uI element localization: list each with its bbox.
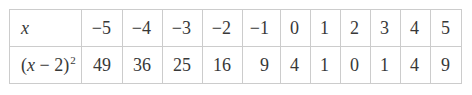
header-suffix: − 2) (35, 55, 69, 75)
header-text: (x − 2)2 (21, 56, 76, 74)
header-text: x (21, 19, 30, 37)
x-value-cell: 4 (401, 10, 430, 46)
fx-value-cell: 25 (163, 47, 202, 83)
x-value-cell: 0 (281, 10, 310, 46)
header-exponent: 2 (70, 54, 76, 66)
fx-value-cell: 1 (311, 47, 340, 83)
fx-value-cell: 4 (401, 47, 430, 83)
row-header-x-minus-2-squared: (x − 2)2 (10, 47, 81, 83)
x-value-cell: −1 (243, 10, 280, 46)
x-value-cell: 2 (341, 10, 370, 46)
x-value-cell: −2 (203, 10, 242, 46)
header-variable: x (27, 55, 35, 75)
fx-value-cell: 1 (371, 47, 400, 83)
values-table: x −5 −4 −3 −2 −1 0 1 2 3 4 5 (x − 2)2 49… (9, 9, 462, 84)
x-value-cell: 1 (311, 10, 340, 46)
x-value-cell: −4 (123, 10, 162, 46)
fx-value-cell: 49 (82, 47, 122, 83)
x-value-cell: −3 (163, 10, 202, 46)
fx-value-cell: 9 (243, 47, 280, 83)
x-value-cell: −5 (82, 10, 122, 46)
fx-value-cell: 16 (203, 47, 242, 83)
fx-value-cell: 4 (281, 47, 310, 83)
fx-value-cell: 36 (123, 47, 162, 83)
fx-value-cell: 9 (431, 47, 461, 83)
x-value-cell: 3 (371, 10, 400, 46)
x-value-cell: 5 (431, 10, 461, 46)
row-header-x: x (10, 10, 81, 46)
fx-value-cell: 0 (341, 47, 370, 83)
header-variable: x (21, 18, 29, 38)
